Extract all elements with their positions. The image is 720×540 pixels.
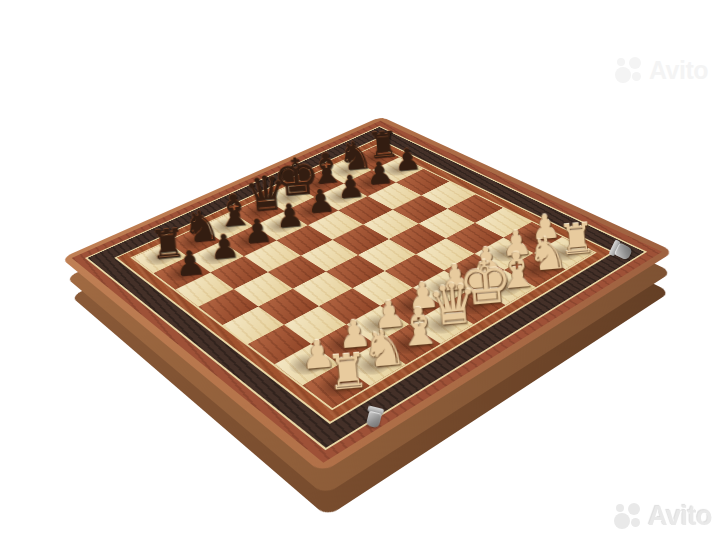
black-pawn-piece: ♟ [208,229,240,264]
black-pawn-piece: ♟ [241,214,273,249]
black-pawn-piece: ♟ [393,144,422,176]
coordinate-label-7: 7 [419,164,433,171]
avito-logo-icon [615,57,642,84]
black-rook-piece: ♜ [365,126,400,164]
black-pawn-piece: ♟ [173,245,206,281]
square-f8: ♝ [292,171,344,197]
black-king-piece: ♚ [271,150,321,205]
black-pawn-piece: ♟ [274,199,305,233]
board-coordinate-band: ABCDEFGH ABCDEFGH 87654321 87654321 ♜♞♝♛… [85,126,647,450]
square-h6 [396,169,449,195]
coordinate-label-f: F [311,166,325,173]
square-f7: ♟ [315,183,368,210]
square-e8: ♚ [263,184,315,211]
square-c6 [244,240,301,272]
square-c8: ♝ [200,212,254,241]
avito-watermark-bottom: Avito [614,501,712,532]
black-pawn-piece: ♟ [305,184,336,218]
square-a7: ♟ [154,257,211,290]
board-3d-scene: ABCDEFGH ABCDEFGH 87654321 87654321 ♜♞♝♛… [122,19,594,491]
square-h5 [421,181,475,208]
coordinate-label-e: E [282,179,297,187]
square-f5 [363,210,419,239]
coordinate-label-h: H [366,141,382,149]
black-bishop-piece: ♝ [306,147,346,191]
avito-watermark-text: Avito [649,56,708,85]
square-d6 [277,225,333,255]
coordinate-label-b: B [190,221,206,230]
avito-watermark-text: Avito [648,501,712,532]
black-pawn-piece: ♟ [364,157,394,189]
avito-watermark-top: Avito [615,56,708,85]
square-h4 [448,194,503,222]
square-c7: ♟ [222,226,277,256]
white-rook-piece: ♜ [324,346,371,397]
square-f6 [338,196,392,224]
square-e6 [308,210,363,239]
square-g4 [419,209,475,239]
chess-set-photo: ABCDEFGH ABCDEFGH 87654321 87654321 ♜♞♝♛… [122,19,594,491]
square-e5 [332,224,388,255]
black-pawn-piece: ♟ [335,170,365,203]
square-h7: ♟ [372,157,423,182]
black-queen-piece: ♛ [242,169,288,220]
square-d7: ♟ [254,211,308,240]
avito-logo-icon [614,503,641,530]
square-d5 [301,240,358,272]
square-h8: ♜ [349,146,399,170]
square-d8: ♛ [232,198,285,226]
square-g7: ♟ [344,170,396,196]
coordinate-label-8: 8 [395,153,409,160]
coordinate-label-4: 4 [498,202,513,210]
coordinate-label-a: A [156,236,172,245]
square-g8: ♞ [321,158,372,183]
coordinate-label-6: 6 [444,176,459,183]
square-g6 [368,182,421,209]
coordinate-label-5: 5 [470,189,485,197]
square-g5 [393,195,448,223]
file-labels-far: ABCDEFGH [142,136,393,252]
black-bishop-piece: ♝ [213,188,255,234]
square-e7: ♟ [285,197,339,225]
coordinate-label-c: C [221,207,237,216]
latch-hook-icon [365,411,381,429]
coordinate-label-g: G [339,153,355,161]
coordinate-label-d: D [252,193,268,201]
black-knight-piece: ♞ [336,136,374,177]
